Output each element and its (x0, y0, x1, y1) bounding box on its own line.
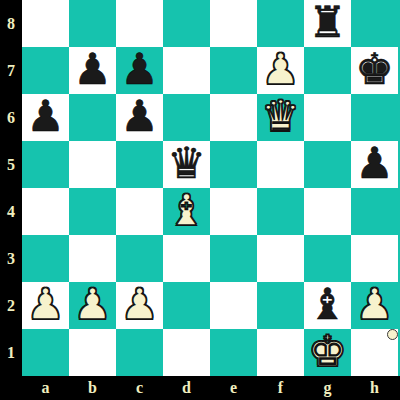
file-label-f: f (257, 376, 304, 400)
square-g5[interactable] (304, 141, 351, 188)
square-h5[interactable]: ♟ (351, 141, 398, 188)
file-label-e: e (210, 376, 257, 400)
square-e7[interactable] (210, 47, 257, 94)
square-e2[interactable] (210, 282, 257, 329)
square-c3[interactable] (116, 235, 163, 282)
square-h3[interactable] (351, 235, 398, 282)
black-pawn-c7[interactable]: ♟ (120, 46, 159, 93)
white-pawn-b2[interactable]: ♟ (73, 281, 112, 328)
black-pawn-b7[interactable]: ♟ (73, 46, 112, 93)
square-b4[interactable] (69, 188, 116, 235)
white-pawn-f7[interactable]: ♟ (261, 46, 300, 93)
square-d6[interactable] (163, 94, 210, 141)
file-label-h: h (351, 376, 398, 400)
chess-board: ♜♟♟♟♚♟♟♛♛♟♝♟♟♟♝♟♚ (22, 0, 398, 376)
file-label-b: b (69, 376, 116, 400)
square-f1[interactable] (257, 329, 304, 376)
square-e1[interactable] (210, 329, 257, 376)
square-h6[interactable] (351, 94, 398, 141)
square-c1[interactable] (116, 329, 163, 376)
square-f4[interactable] (257, 188, 304, 235)
square-a8[interactable] (22, 0, 69, 47)
chess-board-diagram: ♜♟♟♟♚♟♟♛♛♟♝♟♟♟♝♟♚ 87654321 abcdefgh (0, 0, 400, 400)
rank-label-6: 6 (0, 94, 22, 141)
square-b6[interactable] (69, 94, 116, 141)
square-e5[interactable] (210, 141, 257, 188)
square-c4[interactable] (116, 188, 163, 235)
square-c6[interactable]: ♟ (116, 94, 163, 141)
square-e4[interactable] (210, 188, 257, 235)
white-pawn-c2[interactable]: ♟ (120, 281, 159, 328)
square-c2[interactable]: ♟ (116, 282, 163, 329)
file-label-g: g (304, 376, 351, 400)
square-c8[interactable] (116, 0, 163, 47)
rank-labels: 87654321 (0, 0, 22, 376)
square-d1[interactable] (163, 329, 210, 376)
square-b1[interactable] (69, 329, 116, 376)
white-king-g1[interactable]: ♚ (308, 328, 347, 375)
file-labels: abcdefgh (22, 376, 398, 400)
square-f3[interactable] (257, 235, 304, 282)
square-a6[interactable]: ♟ (22, 94, 69, 141)
file-label-d: d (163, 376, 210, 400)
square-h2[interactable]: ♟ (351, 282, 398, 329)
black-king-h7[interactable]: ♚ (355, 46, 394, 93)
square-f2[interactable] (257, 282, 304, 329)
square-a5[interactable] (22, 141, 69, 188)
square-e6[interactable] (210, 94, 257, 141)
square-d4[interactable]: ♝ (163, 188, 210, 235)
rank-label-1: 1 (0, 329, 22, 376)
square-b7[interactable]: ♟ (69, 47, 116, 94)
white-pawn-a2[interactable]: ♟ (26, 281, 65, 328)
gutter-corner (0, 376, 22, 400)
square-b2[interactable]: ♟ (69, 282, 116, 329)
white-queen-f6[interactable]: ♛ (261, 93, 300, 140)
rank-label-2: 2 (0, 282, 22, 329)
square-a2[interactable]: ♟ (22, 282, 69, 329)
square-f7[interactable]: ♟ (257, 47, 304, 94)
rank-label-5: 5 (0, 141, 22, 188)
black-queen-d5[interactable]: ♛ (167, 140, 206, 187)
file-label-a: a (22, 376, 69, 400)
square-g2[interactable]: ♝ (304, 282, 351, 329)
square-d5[interactable]: ♛ (163, 141, 210, 188)
rank-label-7: 7 (0, 47, 22, 94)
square-f6[interactable]: ♛ (257, 94, 304, 141)
rank-label-4: 4 (0, 188, 22, 235)
square-g7[interactable] (304, 47, 351, 94)
black-pawn-a6[interactable]: ♟ (26, 93, 65, 140)
square-e8[interactable] (210, 0, 257, 47)
file-label-c: c (116, 376, 163, 400)
rank-label-3: 3 (0, 235, 22, 282)
square-c5[interactable] (116, 141, 163, 188)
square-b8[interactable] (69, 0, 116, 47)
square-g4[interactable] (304, 188, 351, 235)
white-bishop-d4[interactable]: ♝ (167, 187, 206, 234)
square-h8[interactable] (351, 0, 398, 47)
square-a3[interactable] (22, 235, 69, 282)
square-g6[interactable] (304, 94, 351, 141)
black-pawn-h5[interactable]: ♟ (355, 140, 394, 187)
rank-label-8: 8 (0, 0, 22, 47)
black-pawn-c6[interactable]: ♟ (120, 93, 159, 140)
square-a7[interactable] (22, 47, 69, 94)
square-d8[interactable] (163, 0, 210, 47)
square-a1[interactable] (22, 329, 69, 376)
square-f8[interactable] (257, 0, 304, 47)
square-f5[interactable] (257, 141, 304, 188)
square-d3[interactable] (163, 235, 210, 282)
square-b5[interactable] (69, 141, 116, 188)
square-h7[interactable]: ♚ (351, 47, 398, 94)
square-e3[interactable] (210, 235, 257, 282)
white-to-move-indicator (387, 329, 398, 340)
square-g1[interactable]: ♚ (304, 329, 351, 376)
black-bishop-g2[interactable]: ♝ (308, 281, 347, 328)
square-g8[interactable]: ♜ (304, 0, 351, 47)
square-c7[interactable]: ♟ (116, 47, 163, 94)
square-h4[interactable] (351, 188, 398, 235)
square-a4[interactable] (22, 188, 69, 235)
square-d2[interactable] (163, 282, 210, 329)
square-d7[interactable] (163, 47, 210, 94)
square-g3[interactable] (304, 235, 351, 282)
black-rook-g8[interactable]: ♜ (308, 0, 347, 46)
square-b3[interactable] (69, 235, 116, 282)
white-pawn-h2[interactable]: ♟ (355, 281, 394, 328)
